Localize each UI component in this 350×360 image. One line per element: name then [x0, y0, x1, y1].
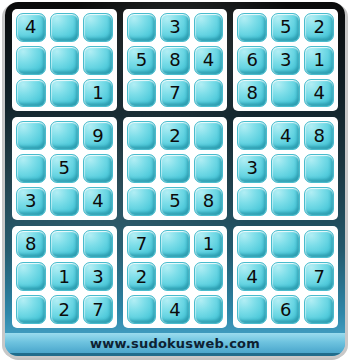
cell-r9c6[interactable]	[194, 295, 224, 324]
cell-r7c5[interactable]	[160, 230, 190, 259]
cell-r4c2[interactable]	[50, 121, 80, 150]
box-3-2: 7124	[123, 226, 228, 328]
cell-r9c3[interactable]: 7	[83, 295, 113, 324]
cell-r5c5[interactable]	[160, 154, 190, 183]
cell-r2c9[interactable]: 1	[304, 46, 334, 75]
cell-r5c8[interactable]	[271, 154, 301, 183]
cell-r5c3[interactable]	[83, 154, 113, 183]
cell-r7c4[interactable]: 7	[127, 230, 157, 259]
cell-r1c8[interactable]: 5	[271, 13, 301, 42]
cell-r8c1[interactable]	[16, 262, 46, 291]
cell-r3c7[interactable]: 8	[237, 79, 267, 108]
cell-r3c8[interactable]	[271, 79, 301, 108]
cell-r1c1[interactable]: 4	[16, 13, 46, 42]
cell-r5c2[interactable]: 5	[50, 154, 80, 183]
cell-r1c5[interactable]: 3	[160, 13, 190, 42]
cell-r6c5[interactable]: 5	[160, 187, 190, 216]
cell-r5c1[interactable]	[16, 154, 46, 183]
cell-r7c9[interactable]	[304, 230, 334, 259]
sudoku-grid: 413584752631849534258483813277124476	[12, 9, 338, 328]
cell-r3c6[interactable]	[194, 79, 224, 108]
cell-r5c7[interactable]: 3	[237, 154, 267, 183]
box-1-3: 5263184	[233, 9, 338, 111]
box-3-1: 81327	[12, 226, 117, 328]
cell-r4c8[interactable]: 4	[271, 121, 301, 150]
cell-r9c1[interactable]	[16, 295, 46, 324]
footer-bar: www.sudokusweb.com	[5, 333, 345, 356]
cell-r5c4[interactable]	[127, 154, 157, 183]
box-1-2: 35847	[123, 9, 228, 111]
cell-r7c6[interactable]: 1	[194, 230, 224, 259]
cell-r4c3[interactable]: 9	[83, 121, 113, 150]
cell-r9c5[interactable]: 4	[160, 295, 190, 324]
cell-r8c9[interactable]: 7	[304, 262, 334, 291]
cell-r1c4[interactable]	[127, 13, 157, 42]
cell-r8c2[interactable]: 1	[50, 262, 80, 291]
cell-r7c2[interactable]	[50, 230, 80, 259]
cell-r2c1[interactable]	[16, 46, 46, 75]
box-2-1: 9534	[12, 117, 117, 219]
cell-r2c4[interactable]: 5	[127, 46, 157, 75]
cell-r8c7[interactable]: 4	[237, 262, 267, 291]
cell-r6c6[interactable]: 8	[194, 187, 224, 216]
cell-r3c9[interactable]: 4	[304, 79, 334, 108]
cell-r4c7[interactable]	[237, 121, 267, 150]
cell-r8c5[interactable]	[160, 262, 190, 291]
cell-r8c6[interactable]	[194, 262, 224, 291]
box-2-3: 483	[233, 117, 338, 219]
cell-r1c2[interactable]	[50, 13, 80, 42]
cell-r4c6[interactable]	[194, 121, 224, 150]
cell-r9c9[interactable]	[304, 295, 334, 324]
cell-r1c9[interactable]: 2	[304, 13, 334, 42]
cell-r6c4[interactable]	[127, 187, 157, 216]
cell-r3c4[interactable]	[127, 79, 157, 108]
cell-r9c7[interactable]	[237, 295, 267, 324]
cell-r8c8[interactable]	[271, 262, 301, 291]
cell-r3c5[interactable]: 7	[160, 79, 190, 108]
cell-r2c2[interactable]	[50, 46, 80, 75]
cell-r7c1[interactable]: 8	[16, 230, 46, 259]
box-1-1: 41	[12, 9, 117, 111]
cell-r9c2[interactable]: 2	[50, 295, 80, 324]
cell-r2c6[interactable]: 4	[194, 46, 224, 75]
cell-r7c7[interactable]	[237, 230, 267, 259]
cell-r3c1[interactable]	[16, 79, 46, 108]
cell-r3c2[interactable]	[50, 79, 80, 108]
cell-r4c5[interactable]: 2	[160, 121, 190, 150]
cell-r1c7[interactable]	[237, 13, 267, 42]
cell-r7c3[interactable]	[83, 230, 113, 259]
cell-r6c1[interactable]: 3	[16, 187, 46, 216]
cell-r2c5[interactable]: 8	[160, 46, 190, 75]
box-2-2: 258	[123, 117, 228, 219]
cell-r6c3[interactable]: 4	[83, 187, 113, 216]
cell-r9c8[interactable]: 6	[271, 295, 301, 324]
cell-r2c3[interactable]	[83, 46, 113, 75]
cell-r9c4[interactable]	[127, 295, 157, 324]
cell-r1c3[interactable]	[83, 13, 113, 42]
cell-r6c8[interactable]	[271, 187, 301, 216]
cell-r6c9[interactable]	[304, 187, 334, 216]
cell-r5c6[interactable]	[194, 154, 224, 183]
cell-r8c4[interactable]: 2	[127, 262, 157, 291]
cell-r4c9[interactable]: 8	[304, 121, 334, 150]
cell-r5c9[interactable]	[304, 154, 334, 183]
cell-r6c7[interactable]	[237, 187, 267, 216]
cell-r6c2[interactable]	[50, 187, 80, 216]
cell-r4c1[interactable]	[16, 121, 46, 150]
cell-r3c3[interactable]: 1	[83, 79, 113, 108]
cell-r1c6[interactable]	[194, 13, 224, 42]
sudoku-page: 413584752631849534258483813277124476 www…	[0, 0, 350, 360]
cell-r7c8[interactable]	[271, 230, 301, 259]
cell-r8c3[interactable]: 3	[83, 262, 113, 291]
cell-r4c4[interactable]	[127, 121, 157, 150]
cell-r2c7[interactable]: 6	[237, 46, 267, 75]
sudoku-board: 413584752631849534258483813277124476 www…	[5, 2, 345, 356]
site-url-label: www.sudokusweb.com	[90, 336, 260, 351]
box-3-3: 476	[233, 226, 338, 328]
cell-r2c8[interactable]: 3	[271, 46, 301, 75]
